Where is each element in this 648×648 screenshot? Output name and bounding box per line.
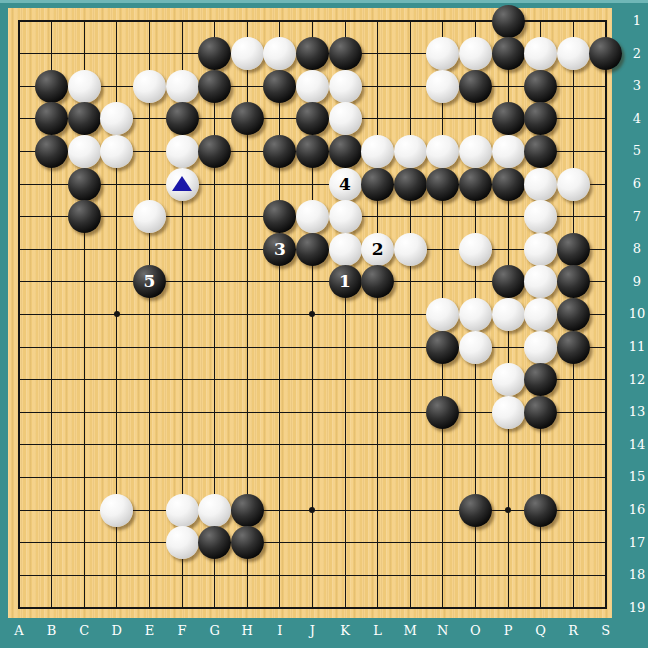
stone-P5[interactable]	[492, 135, 525, 168]
col-label-E: E	[138, 624, 160, 638]
row-label-18: 18	[624, 568, 648, 582]
stone-P12[interactable]	[492, 363, 525, 396]
stone-P6[interactable]	[492, 168, 525, 201]
stone-R6[interactable]	[557, 168, 590, 201]
stone-D5[interactable]	[100, 135, 133, 168]
stone-G3[interactable]	[198, 70, 231, 103]
stone-P4[interactable]	[492, 102, 525, 135]
stone-Q10[interactable]	[524, 298, 557, 331]
stone-G16[interactable]	[198, 494, 231, 527]
stone-K8[interactable]	[329, 233, 362, 266]
row-label-7: 7	[624, 210, 648, 224]
col-label-F: F	[171, 624, 193, 638]
stone-O3[interactable]	[459, 70, 492, 103]
col-label-H: H	[236, 624, 258, 638]
stone-Q2[interactable]	[524, 37, 557, 70]
stone-K5[interactable]	[329, 135, 362, 168]
stone-E7[interactable]	[133, 200, 166, 233]
row-label-17: 17	[624, 536, 648, 550]
stone-P13[interactable]	[492, 396, 525, 429]
stone-K9[interactable]	[329, 265, 362, 298]
stone-P10[interactable]	[492, 298, 525, 331]
stone-D4[interactable]	[100, 102, 133, 135]
stone-K6[interactable]	[329, 168, 362, 201]
stone-H16[interactable]	[231, 494, 264, 527]
stone-O10[interactable]	[459, 298, 492, 331]
col-label-G: G	[204, 624, 226, 638]
col-label-Q: Q	[530, 624, 552, 638]
grid-line-horizontal	[18, 575, 607, 576]
stone-L6[interactable]	[361, 168, 394, 201]
stone-J4[interactable]	[296, 102, 329, 135]
star-point-J10	[309, 311, 315, 317]
stone-N13[interactable]	[426, 396, 459, 429]
row-label-14: 14	[624, 438, 648, 452]
stone-F17[interactable]	[166, 526, 199, 559]
row-label-8: 8	[624, 242, 648, 256]
row-label-4: 4	[624, 112, 648, 126]
stone-J7[interactable]	[296, 200, 329, 233]
row-label-11: 11	[624, 340, 648, 354]
stone-R8[interactable]	[557, 233, 590, 266]
col-label-S: S	[595, 624, 617, 638]
stone-R9[interactable]	[557, 265, 590, 298]
row-label-2: 2	[624, 47, 648, 61]
stone-M8[interactable]	[394, 233, 427, 266]
stone-N2[interactable]	[426, 37, 459, 70]
stone-L9[interactable]	[361, 265, 394, 298]
stone-F6[interactable]	[166, 168, 199, 201]
stone-C3[interactable]	[68, 70, 101, 103]
stone-D16[interactable]	[100, 494, 133, 527]
row-label-5: 5	[624, 144, 648, 158]
stone-L5[interactable]	[361, 135, 394, 168]
stone-Q4[interactable]	[524, 102, 557, 135]
stone-C6[interactable]	[68, 168, 101, 201]
stone-I2[interactable]	[263, 37, 296, 70]
col-label-C: C	[73, 624, 95, 638]
stone-H2[interactable]	[231, 37, 264, 70]
stone-R11[interactable]	[557, 331, 590, 364]
stone-N6[interactable]	[426, 168, 459, 201]
stone-F5[interactable]	[166, 135, 199, 168]
stone-E9[interactable]	[133, 265, 166, 298]
stone-E3[interactable]	[133, 70, 166, 103]
stone-P9[interactable]	[492, 265, 525, 298]
stone-H4[interactable]	[231, 102, 264, 135]
row-label-6: 6	[624, 177, 648, 191]
star-point-P16	[505, 507, 511, 513]
col-label-J: J	[301, 624, 323, 638]
stone-N11[interactable]	[426, 331, 459, 364]
row-label-10: 10	[624, 307, 648, 321]
row-label-3: 3	[624, 79, 648, 93]
stone-O8[interactable]	[459, 233, 492, 266]
stone-H17[interactable]	[231, 526, 264, 559]
col-label-B: B	[41, 624, 63, 638]
grid-line-vertical	[605, 20, 607, 609]
stone-O16[interactable]	[459, 494, 492, 527]
stone-Q5[interactable]	[524, 135, 557, 168]
row-label-19: 19	[624, 601, 648, 615]
stone-O6[interactable]	[459, 168, 492, 201]
col-label-P: P	[497, 624, 519, 638]
stone-I8[interactable]	[263, 233, 296, 266]
stone-I3[interactable]	[263, 70, 296, 103]
stone-K2[interactable]	[329, 37, 362, 70]
col-label-I: I	[269, 624, 291, 638]
row-label-16: 16	[624, 503, 648, 517]
grid-line-vertical	[377, 20, 378, 609]
go-board: 12345ABCDEFGHIJKLMNOPQRS1234567891011121…	[0, 0, 648, 648]
stone-K7[interactable]	[329, 200, 362, 233]
stone-I7[interactable]	[263, 200, 296, 233]
star-point-J16	[309, 507, 315, 513]
col-label-K: K	[334, 624, 356, 638]
col-label-D: D	[106, 624, 128, 638]
star-point-D10	[114, 311, 120, 317]
stone-J2[interactable]	[296, 37, 329, 70]
col-label-R: R	[562, 624, 584, 638]
stone-O2[interactable]	[459, 37, 492, 70]
stone-K4[interactable]	[329, 102, 362, 135]
stone-C5[interactable]	[68, 135, 101, 168]
stone-C7[interactable]	[68, 200, 101, 233]
stone-Q12[interactable]	[524, 363, 557, 396]
col-label-N: N	[432, 624, 454, 638]
stone-B3[interactable]	[35, 70, 68, 103]
stone-F4[interactable]	[166, 102, 199, 135]
stone-M6[interactable]	[394, 168, 427, 201]
stone-P1[interactable]	[492, 5, 525, 38]
grid-line-horizontal	[18, 477, 607, 478]
stone-B5[interactable]	[35, 135, 68, 168]
go-app-window: 12345ABCDEFGHIJKLMNOPQRS1234567891011121…	[0, 0, 648, 648]
col-label-O: O	[464, 624, 486, 638]
stone-O5[interactable]	[459, 135, 492, 168]
stone-B4[interactable]	[35, 102, 68, 135]
stone-N5[interactable]	[426, 135, 459, 168]
row-label-13: 13	[624, 405, 648, 419]
col-label-M: M	[399, 624, 421, 638]
stone-J5[interactable]	[296, 135, 329, 168]
stone-Q11[interactable]	[524, 331, 557, 364]
stone-K3[interactable]	[329, 70, 362, 103]
stone-Q8[interactable]	[524, 233, 557, 266]
row-label-9: 9	[624, 275, 648, 289]
grid-line-horizontal	[18, 607, 607, 609]
grid-line-horizontal	[18, 444, 607, 445]
row-label-12: 12	[624, 373, 648, 387]
stone-J3[interactable]	[296, 70, 329, 103]
stone-G5[interactable]	[198, 135, 231, 168]
stone-G2[interactable]	[198, 37, 231, 70]
stone-R2[interactable]	[557, 37, 590, 70]
stone-G17[interactable]	[198, 526, 231, 559]
stone-J8[interactable]	[296, 233, 329, 266]
stone-Q6[interactable]	[524, 168, 557, 201]
row-label-1: 1	[624, 14, 648, 28]
stone-C4[interactable]	[68, 102, 101, 135]
col-label-L: L	[367, 624, 389, 638]
stone-M5[interactable]	[394, 135, 427, 168]
stone-I5[interactable]	[263, 135, 296, 168]
stone-F16[interactable]	[166, 494, 199, 527]
stone-F3[interactable]	[166, 70, 199, 103]
grid-line-vertical	[410, 20, 411, 609]
stone-N3[interactable]	[426, 70, 459, 103]
stone-S2[interactable]	[589, 37, 622, 70]
stone-O11[interactable]	[459, 331, 492, 364]
stone-Q3[interactable]	[524, 70, 557, 103]
stone-Q16[interactable]	[524, 494, 557, 527]
stone-N10[interactable]	[426, 298, 459, 331]
grid-line-horizontal	[18, 542, 607, 543]
stone-Q13[interactable]	[524, 396, 557, 429]
stone-Q9[interactable]	[524, 265, 557, 298]
row-label-15: 15	[624, 470, 648, 484]
stone-L8[interactable]	[361, 233, 394, 266]
stone-Q7[interactable]	[524, 200, 557, 233]
stone-R10[interactable]	[557, 298, 590, 331]
col-label-A: A	[8, 624, 30, 638]
stone-P2[interactable]	[492, 37, 525, 70]
grid-line-horizontal	[18, 347, 607, 348]
